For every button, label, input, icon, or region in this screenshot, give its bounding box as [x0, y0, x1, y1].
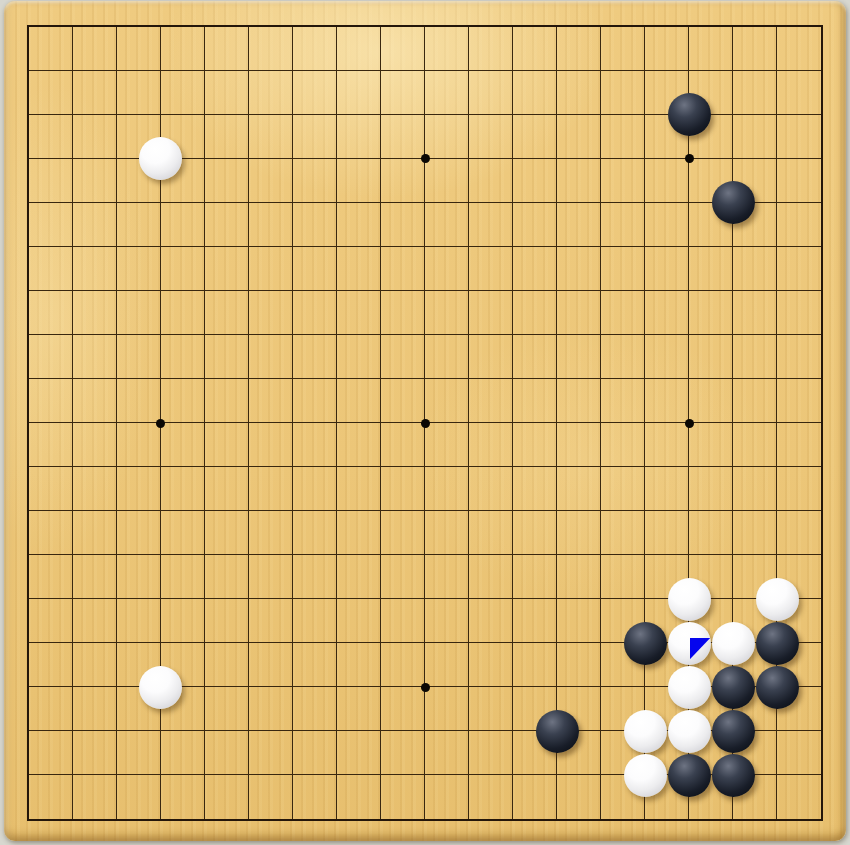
page-background: [0, 0, 850, 845]
grid-cell: [513, 71, 557, 115]
grid-cell: [777, 291, 821, 335]
grid-cell: [73, 115, 117, 159]
grid-cell: [469, 687, 513, 731]
grid-cell: [249, 731, 293, 775]
grid-cell: [381, 467, 425, 511]
grid-cell: [381, 71, 425, 115]
grid-cell: [557, 511, 601, 555]
grid-cell: [337, 599, 381, 643]
grid-cell: [733, 247, 777, 291]
grid-cell: [293, 467, 337, 511]
grid-cell: [29, 115, 73, 159]
grid-cell: [557, 115, 601, 159]
grid-cell: [469, 731, 513, 775]
grid-cell: [557, 467, 601, 511]
grid-cell: [425, 599, 469, 643]
grid-cell: [293, 555, 337, 599]
grid-cell: [733, 71, 777, 115]
grid-cell: [557, 335, 601, 379]
grid-cell: [205, 423, 249, 467]
grid-cell: [601, 27, 645, 71]
grid-cell: [645, 467, 689, 511]
grid-cell: [205, 159, 249, 203]
grid-cell: [733, 423, 777, 467]
grid-cell: [469, 203, 513, 247]
grid-cell: [513, 203, 557, 247]
grid-cell: [557, 379, 601, 423]
grid-cell: [293, 335, 337, 379]
grid-cell: [337, 467, 381, 511]
grid-cell: [161, 423, 205, 467]
grid-cell: [205, 511, 249, 555]
grid-cell: [601, 159, 645, 203]
grid-cell: [117, 731, 161, 775]
white-stone: [139, 666, 182, 709]
grid-cell: [337, 27, 381, 71]
grid-cell: [425, 247, 469, 291]
grid-cell: [293, 775, 337, 819]
grid-cell: [777, 467, 821, 511]
grid-cell: [601, 291, 645, 335]
grid-cell: [689, 291, 733, 335]
grid-cell: [161, 555, 205, 599]
grid-cell: [777, 203, 821, 247]
grid-cell: [645, 335, 689, 379]
grid-cell: [381, 379, 425, 423]
grid-cell: [469, 27, 513, 71]
grid-cell: [601, 555, 645, 599]
grid-cell: [777, 335, 821, 379]
grid-cell: [381, 643, 425, 687]
grid-cell: [513, 423, 557, 467]
grid-cell: [205, 203, 249, 247]
grid-cell: [689, 467, 733, 511]
grid-cell: [117, 379, 161, 423]
grid-cell: [73, 555, 117, 599]
grid-cell: [557, 247, 601, 291]
grid-cell: [161, 775, 205, 819]
grid-cell: [249, 511, 293, 555]
grid-cell: [689, 379, 733, 423]
grid-cell: [425, 335, 469, 379]
grid-cell: [601, 511, 645, 555]
grid-cell: [161, 379, 205, 423]
grid-cell: [249, 203, 293, 247]
grid-cell: [513, 159, 557, 203]
grid-cell: [205, 467, 249, 511]
grid-cell: [469, 159, 513, 203]
grid-cell: [73, 599, 117, 643]
grid-cell: [381, 115, 425, 159]
grid-cell: [249, 71, 293, 115]
grid-cell: [29, 247, 73, 291]
grid-cell: [425, 731, 469, 775]
grid-cell: [381, 511, 425, 555]
grid-cell: [513, 511, 557, 555]
grid-cell: [293, 27, 337, 71]
grid-cell: [29, 27, 73, 71]
grid-cell: [689, 511, 733, 555]
grid-cell: [293, 247, 337, 291]
grid-cell: [469, 335, 513, 379]
grid-cell: [117, 71, 161, 115]
grid-cell: [29, 335, 73, 379]
grid-cell: [777, 423, 821, 467]
grid-cell: [601, 247, 645, 291]
grid-cell: [249, 687, 293, 731]
grid-cell: [381, 247, 425, 291]
grid-cell: [513, 27, 557, 71]
grid-cell: [249, 115, 293, 159]
grid-cell: [249, 27, 293, 71]
grid-cell: [249, 247, 293, 291]
grid-cell: [689, 247, 733, 291]
grid-cell: [513, 335, 557, 379]
grid-cell: [557, 775, 601, 819]
grid-cell: [205, 775, 249, 819]
grid-cell: [733, 511, 777, 555]
grid-cell: [733, 467, 777, 511]
grid-cell: [73, 423, 117, 467]
grid-cell: [645, 247, 689, 291]
grid-cell: [293, 291, 337, 335]
grid-cell: [381, 27, 425, 71]
grid-cell: [293, 423, 337, 467]
grid-cell: [425, 203, 469, 247]
grid-cell: [117, 291, 161, 335]
grid-cell: [733, 27, 777, 71]
grid-cell: [73, 511, 117, 555]
grid-cell: [29, 643, 73, 687]
grid-cell: [29, 775, 73, 819]
grid-cell: [777, 27, 821, 71]
grid-cell: [557, 291, 601, 335]
grid-cell: [293, 71, 337, 115]
grid-cell: [469, 643, 513, 687]
grid-cell: [337, 115, 381, 159]
grid-cell: [73, 379, 117, 423]
grid-cell: [337, 335, 381, 379]
grid-cell: [381, 159, 425, 203]
grid-cell: [161, 71, 205, 115]
grid-cell: [645, 291, 689, 335]
grid-cell: [425, 115, 469, 159]
grid-cell: [557, 27, 601, 71]
grid-cell: [513, 643, 557, 687]
grid-cell: [249, 379, 293, 423]
grid-cell: [29, 555, 73, 599]
grid-cell: [73, 71, 117, 115]
grid-cell: [337, 687, 381, 731]
grid-cell: [73, 335, 117, 379]
grid-cell: [601, 379, 645, 423]
grid-cell: [73, 247, 117, 291]
grid-cell: [205, 379, 249, 423]
grid-cell: [425, 775, 469, 819]
grid-cell: [161, 599, 205, 643]
grid-cell: [205, 731, 249, 775]
grid-cell: [205, 291, 249, 335]
grid-cell: [469, 71, 513, 115]
grid-cell: [645, 159, 689, 203]
grid-cell: [557, 423, 601, 467]
grid-cell: [513, 555, 557, 599]
grid-cell: [381, 599, 425, 643]
grid-cell: [161, 511, 205, 555]
grid-cell: [117, 27, 161, 71]
grid-cell: [381, 687, 425, 731]
star-point: [421, 419, 430, 428]
grid-cell: [381, 291, 425, 335]
grid-cell: [337, 423, 381, 467]
grid-cell: [205, 555, 249, 599]
grid-cell: [425, 687, 469, 731]
grid-cell: [117, 599, 161, 643]
grid-cell: [777, 71, 821, 115]
grid-cell: [249, 599, 293, 643]
go-board[interactable]: [4, 1, 846, 841]
grid-cell: [601, 335, 645, 379]
grid-cell: [117, 247, 161, 291]
grid-cell: [249, 467, 293, 511]
grid-cell: [425, 555, 469, 599]
grid-cell: [601, 203, 645, 247]
grid-cell: [689, 423, 733, 467]
white-stone: [139, 137, 182, 180]
grid-cell: [381, 203, 425, 247]
grid-cell: [601, 423, 645, 467]
grid-cell: [29, 203, 73, 247]
black-stone: [536, 710, 579, 753]
grid-cell: [381, 775, 425, 819]
grid-cell: [73, 203, 117, 247]
grid-cell: [469, 467, 513, 511]
grid-cell: [425, 423, 469, 467]
grid-cell: [557, 203, 601, 247]
grid-cell: [29, 71, 73, 115]
grid-cell: [249, 423, 293, 467]
grid-cell: [29, 511, 73, 555]
grid-cell: [337, 291, 381, 335]
grid-cell: [645, 203, 689, 247]
grid-cell: [513, 467, 557, 511]
grid-cell: [777, 115, 821, 159]
grid-cell: [777, 159, 821, 203]
grid-cell: [513, 775, 557, 819]
grid-cell: [645, 379, 689, 423]
grid-cell: [337, 643, 381, 687]
grid-cell: [425, 27, 469, 71]
grid-cell: [777, 731, 821, 775]
grid-cell: [205, 687, 249, 731]
grid-cell: [73, 27, 117, 71]
grid-cell: [73, 775, 117, 819]
grid-cell: [73, 467, 117, 511]
grid-cell: [29, 467, 73, 511]
grid-cell: [205, 247, 249, 291]
grid-cell: [337, 203, 381, 247]
grid-cell: [29, 731, 73, 775]
grid-cell: [645, 423, 689, 467]
grid-cell: [293, 731, 337, 775]
grid-cell: [337, 71, 381, 115]
grid-cell: [777, 247, 821, 291]
grid-cell: [425, 467, 469, 511]
grid-cell: [469, 423, 513, 467]
grid-cell: [29, 379, 73, 423]
grid-cell: [381, 423, 425, 467]
grid-cell: [469, 379, 513, 423]
grid-cell: [249, 159, 293, 203]
grid-cell: [557, 599, 601, 643]
grid-cell: [249, 643, 293, 687]
grid-cell: [513, 291, 557, 335]
grid-cell: [249, 335, 293, 379]
grid-cell: [337, 247, 381, 291]
grid-cell: [337, 775, 381, 819]
grid-cell: [425, 159, 469, 203]
grid-cell: [205, 643, 249, 687]
white-stone: [668, 578, 711, 621]
grid-cell: [777, 775, 821, 819]
grid-cell: [29, 159, 73, 203]
grid-cell: [205, 335, 249, 379]
grid-cell: [293, 511, 337, 555]
grid-cell: [249, 555, 293, 599]
grid-cell: [425, 643, 469, 687]
grid-cell: [601, 467, 645, 511]
grid-cell: [117, 335, 161, 379]
grid-cell: [513, 115, 557, 159]
grid-cell: [469, 247, 513, 291]
grid-cell: [337, 511, 381, 555]
grid-cell: [337, 379, 381, 423]
grid-cell: [249, 291, 293, 335]
star-point: [421, 683, 430, 692]
grid-cell: [557, 643, 601, 687]
grid-cell: [469, 775, 513, 819]
grid-cell: [381, 335, 425, 379]
grid-cell: [557, 71, 601, 115]
grid-cell: [29, 291, 73, 335]
grid-cell: [469, 555, 513, 599]
grid-cell: [73, 731, 117, 775]
grid-cell: [249, 775, 293, 819]
grid-cell: [161, 291, 205, 335]
grid-cell: [293, 687, 337, 731]
grid-cell: [117, 423, 161, 467]
grid-cell: [293, 159, 337, 203]
grid-cell: [425, 379, 469, 423]
grid-cell: [161, 203, 205, 247]
grid-cell: [205, 71, 249, 115]
grid-cell: [469, 115, 513, 159]
grid-cell: [117, 203, 161, 247]
grid-cell: [689, 335, 733, 379]
grid-cell: [689, 27, 733, 71]
grid-cell: [557, 555, 601, 599]
grid-cell: [513, 599, 557, 643]
grid-cell: [117, 467, 161, 511]
grid-cell: [777, 511, 821, 555]
grid-cell: [293, 203, 337, 247]
star-point: [421, 154, 430, 163]
star-point: [156, 419, 165, 428]
grid-cell: [117, 775, 161, 819]
grid-cell: [645, 511, 689, 555]
grid-cell: [293, 599, 337, 643]
grid-cell: [513, 247, 557, 291]
grid-cell: [293, 115, 337, 159]
grid-cell: [557, 159, 601, 203]
grid-cell: [337, 159, 381, 203]
grid-cell: [205, 599, 249, 643]
grid-cell: [73, 643, 117, 687]
grid-cell: [425, 511, 469, 555]
grid-cell: [469, 291, 513, 335]
grid-cell: [293, 643, 337, 687]
grid-cell: [205, 27, 249, 71]
grid-cell: [777, 379, 821, 423]
grid-cell: [425, 71, 469, 115]
grid-cell: [601, 71, 645, 115]
grid-cell: [161, 731, 205, 775]
grid-cell: [117, 555, 161, 599]
grid-cell: [29, 423, 73, 467]
grid-cell: [337, 555, 381, 599]
black-stone: [668, 93, 711, 136]
grid-cell: [381, 555, 425, 599]
star-point: [685, 419, 694, 428]
grid-cell: [205, 115, 249, 159]
grid-cell: [469, 511, 513, 555]
grid-cell: [161, 335, 205, 379]
grid-cell: [381, 731, 425, 775]
grid-cell: [73, 159, 117, 203]
grid-cell: [601, 115, 645, 159]
black-stone: [624, 622, 667, 665]
grid-cell: [337, 731, 381, 775]
grid-cell: [425, 291, 469, 335]
grid-cell: [733, 379, 777, 423]
grid-cell: [733, 291, 777, 335]
grid-cell: [469, 599, 513, 643]
grid-cell: [73, 291, 117, 335]
grid-cell: [293, 379, 337, 423]
grid-cell: [73, 687, 117, 731]
grid-cell: [161, 247, 205, 291]
grid-cell: [733, 335, 777, 379]
grid-cell: [29, 687, 73, 731]
grid-cell: [117, 511, 161, 555]
grid-cell: [645, 27, 689, 71]
star-point: [685, 154, 694, 163]
grid-cell: [29, 599, 73, 643]
grid-cell: [733, 115, 777, 159]
black-stone: [712, 181, 755, 224]
grid-cell: [513, 379, 557, 423]
grid-cell: [161, 467, 205, 511]
grid-cell: [161, 27, 205, 71]
